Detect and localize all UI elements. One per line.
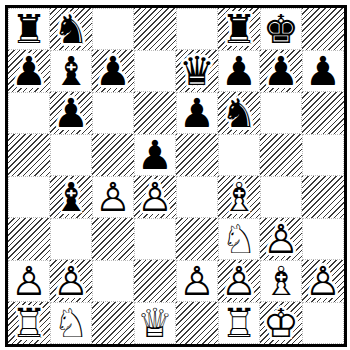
square-a3 — [8, 218, 50, 260]
white-rook-glyph: ♖ — [221, 303, 257, 343]
square-b5 — [50, 134, 92, 176]
white-knight-glyph: ♘ — [53, 303, 89, 343]
white-pawn: ♟♙ — [50, 260, 92, 302]
square-d5: ♟♟ — [134, 134, 176, 176]
white-pawn: ♟♙ — [8, 260, 50, 302]
black-bishop-glyph: ♝ — [53, 51, 89, 91]
square-d8 — [134, 8, 176, 50]
white-pawn-glyph: ♙ — [11, 261, 47, 301]
square-c1 — [92, 302, 134, 344]
square-a7: ♟♟ — [8, 50, 50, 92]
square-h1 — [302, 302, 344, 344]
white-queen: ♛♕ — [134, 302, 176, 344]
square-f5 — [218, 134, 260, 176]
black-queen: ♛♛ — [176, 50, 218, 92]
square-e8 — [176, 8, 218, 50]
black-bishop: ♝♝ — [50, 50, 92, 92]
square-c6 — [92, 92, 134, 134]
square-d3 — [134, 218, 176, 260]
white-pawn: ♟♙ — [176, 260, 218, 302]
square-f8: ♜♜ — [218, 8, 260, 50]
square-e6: ♟♟ — [176, 92, 218, 134]
square-g8: ♚♚ — [260, 8, 302, 50]
square-a2: ♟♙ — [8, 260, 50, 302]
black-rook: ♜♜ — [218, 8, 260, 50]
black-knight-glyph: ♞ — [53, 9, 89, 49]
square-g4 — [260, 176, 302, 218]
white-bishop-glyph: ♗ — [263, 261, 299, 301]
white-pawn: ♟♙ — [134, 176, 176, 218]
black-pawn-glyph: ♟ — [137, 135, 173, 175]
white-queen-glyph: ♕ — [137, 303, 173, 343]
black-king: ♚♚ — [260, 8, 302, 50]
black-pawn-glyph: ♟ — [263, 51, 299, 91]
square-h8 — [302, 8, 344, 50]
square-e4 — [176, 176, 218, 218]
square-h2: ♟♙ — [302, 260, 344, 302]
square-e5 — [176, 134, 218, 176]
black-queen-glyph: ♛ — [179, 51, 215, 91]
chess-diagram: ♜♜♞♞♜♜♚♚♟♟♝♝♟♟♛♛♟♟♟♟♟♟♟♟♟♟♞♞♟♟♝♝♟♙♟♙♝♗♞♘… — [0, 0, 350, 350]
square-g3: ♟♙ — [260, 218, 302, 260]
white-pawn: ♟♙ — [260, 218, 302, 260]
square-f1: ♜♖ — [218, 302, 260, 344]
black-pawn: ♟♟ — [134, 134, 176, 176]
square-f4: ♝♗ — [218, 176, 260, 218]
black-pawn: ♟♟ — [50, 92, 92, 134]
white-rook: ♜♖ — [218, 302, 260, 344]
square-b1: ♞♘ — [50, 302, 92, 344]
black-pawn: ♟♟ — [260, 50, 302, 92]
white-pawn-glyph: ♙ — [263, 219, 299, 259]
square-g6 — [260, 92, 302, 134]
square-e1 — [176, 302, 218, 344]
square-b4: ♝♝ — [50, 176, 92, 218]
white-pawn: ♟♙ — [92, 176, 134, 218]
black-bishop-glyph: ♝ — [53, 177, 89, 217]
white-pawn-glyph: ♙ — [305, 261, 341, 301]
black-pawn: ♟♟ — [92, 50, 134, 92]
black-pawn: ♟♟ — [302, 50, 344, 92]
square-c4: ♟♙ — [92, 176, 134, 218]
square-f3: ♞♘ — [218, 218, 260, 260]
square-d2 — [134, 260, 176, 302]
black-knight: ♞♞ — [218, 92, 260, 134]
square-c3 — [92, 218, 134, 260]
square-c2 — [92, 260, 134, 302]
square-b7: ♝♝ — [50, 50, 92, 92]
square-e7: ♛♛ — [176, 50, 218, 92]
square-b2: ♟♙ — [50, 260, 92, 302]
white-pawn-glyph: ♙ — [137, 177, 173, 217]
black-rook: ♜♜ — [8, 8, 50, 50]
black-pawn-glyph: ♟ — [95, 51, 131, 91]
square-c8 — [92, 8, 134, 50]
square-h5 — [302, 134, 344, 176]
square-c7: ♟♟ — [92, 50, 134, 92]
square-a4 — [8, 176, 50, 218]
square-b8: ♞♞ — [50, 8, 92, 50]
white-pawn-glyph: ♙ — [179, 261, 215, 301]
white-king-glyph: ♔ — [263, 303, 299, 343]
square-e3 — [176, 218, 218, 260]
square-h7: ♟♟ — [302, 50, 344, 92]
white-pawn-glyph: ♙ — [95, 177, 131, 217]
square-h6 — [302, 92, 344, 134]
square-b6: ♟♟ — [50, 92, 92, 134]
square-a8: ♜♜ — [8, 8, 50, 50]
square-d1: ♛♕ — [134, 302, 176, 344]
black-knight-glyph: ♞ — [221, 93, 257, 133]
white-knight: ♞♘ — [218, 218, 260, 260]
square-f2: ♟♙ — [218, 260, 260, 302]
white-king: ♚♔ — [260, 302, 302, 344]
white-pawn: ♟♙ — [302, 260, 344, 302]
square-a6 — [8, 92, 50, 134]
square-h4 — [302, 176, 344, 218]
black-rook-glyph: ♜ — [221, 9, 257, 49]
square-f7: ♟♟ — [218, 50, 260, 92]
white-knight-glyph: ♘ — [221, 219, 257, 259]
black-pawn-glyph: ♟ — [305, 51, 341, 91]
white-rook-glyph: ♖ — [11, 303, 47, 343]
square-b3 — [50, 218, 92, 260]
black-pawn-glyph: ♟ — [11, 51, 47, 91]
black-pawn-glyph: ♟ — [221, 51, 257, 91]
white-bishop-glyph: ♗ — [221, 177, 257, 217]
black-king-glyph: ♚ — [263, 9, 299, 49]
white-pawn: ♟♙ — [218, 260, 260, 302]
black-bishop: ♝♝ — [50, 176, 92, 218]
square-a5 — [8, 134, 50, 176]
square-h3 — [302, 218, 344, 260]
square-g2: ♝♗ — [260, 260, 302, 302]
black-pawn: ♟♟ — [8, 50, 50, 92]
black-pawn-glyph: ♟ — [179, 93, 215, 133]
black-pawn: ♟♟ — [218, 50, 260, 92]
black-pawn: ♟♟ — [176, 92, 218, 134]
square-e2: ♟♙ — [176, 260, 218, 302]
white-pawn-glyph: ♙ — [221, 261, 257, 301]
chess-board: ♜♜♞♞♜♜♚♚♟♟♝♝♟♟♛♛♟♟♟♟♟♟♟♟♟♟♞♞♟♟♝♝♟♙♟♙♝♗♞♘… — [5, 5, 347, 347]
white-rook: ♜♖ — [8, 302, 50, 344]
square-g1: ♚♔ — [260, 302, 302, 344]
square-a1: ♜♖ — [8, 302, 50, 344]
square-d7 — [134, 50, 176, 92]
black-rook-glyph: ♜ — [11, 9, 47, 49]
white-bishop: ♝♗ — [218, 176, 260, 218]
square-f6: ♞♞ — [218, 92, 260, 134]
square-d4: ♟♙ — [134, 176, 176, 218]
black-pawn-glyph: ♟ — [53, 93, 89, 133]
square-g7: ♟♟ — [260, 50, 302, 92]
white-pawn-glyph: ♙ — [53, 261, 89, 301]
white-bishop: ♝♗ — [260, 260, 302, 302]
square-g5 — [260, 134, 302, 176]
square-c5 — [92, 134, 134, 176]
black-knight: ♞♞ — [50, 8, 92, 50]
square-d6 — [134, 92, 176, 134]
white-knight: ♞♘ — [50, 302, 92, 344]
